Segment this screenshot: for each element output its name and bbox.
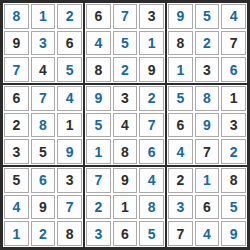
cell-r6c2[interactable]: 5 xyxy=(31,139,56,164)
cell-r1c6[interactable]: 3 xyxy=(139,4,164,29)
cell-r4c5[interactable]: 3 xyxy=(113,86,138,111)
cell-r1c9[interactable]: 4 xyxy=(221,4,246,29)
cell-r1c3[interactable]: 2 xyxy=(57,4,82,29)
cell-r9c3[interactable]: 8 xyxy=(57,221,82,246)
cell-r7c3[interactable]: 3 xyxy=(57,168,82,193)
cell-r4c9[interactable]: 1 xyxy=(221,86,246,111)
cell-r6c4[interactable]: 1 xyxy=(86,139,111,164)
cell-r2c5[interactable]: 5 xyxy=(113,31,138,56)
cell-r6c1[interactable]: 3 xyxy=(4,139,29,164)
cell-r3c3[interactable]: 5 xyxy=(57,57,82,82)
cell-r2c7[interactable]: 8 xyxy=(168,31,193,56)
cell-r2c9[interactable]: 7 xyxy=(221,31,246,56)
cell-r4c2[interactable]: 7 xyxy=(31,86,56,111)
cell-r8c7[interactable]: 3 xyxy=(168,195,193,220)
cell-r6c5[interactable]: 8 xyxy=(113,139,138,164)
cell-r5c1[interactable]: 2 xyxy=(4,113,29,138)
cell-r1c5[interactable]: 7 xyxy=(113,4,138,29)
cell-r8c3[interactable]: 7 xyxy=(57,195,82,220)
cell-r6c8[interactable]: 7 xyxy=(195,139,220,164)
cell-r9c7[interactable]: 7 xyxy=(168,221,193,246)
cell-r7c1[interactable]: 5 xyxy=(4,168,29,193)
sudoku-board: 8129367456734518299548271366742813599325… xyxy=(0,0,250,250)
cell-r3c8[interactable]: 3 xyxy=(195,57,220,82)
cell-r8c4[interactable]: 2 xyxy=(86,195,111,220)
cell-r5c4[interactable]: 5 xyxy=(86,113,111,138)
cell-r7c2[interactable]: 6 xyxy=(31,168,56,193)
cell-r8c9[interactable]: 5 xyxy=(221,195,246,220)
box-1-1: 812936745 xyxy=(2,2,84,84)
cell-r7c9[interactable]: 8 xyxy=(221,168,246,193)
cell-r9c6[interactable]: 5 xyxy=(139,221,164,246)
cell-r4c1[interactable]: 6 xyxy=(4,86,29,111)
cell-r4c3[interactable]: 4 xyxy=(57,86,82,111)
cell-r1c8[interactable]: 5 xyxy=(195,4,220,29)
cell-r8c6[interactable]: 8 xyxy=(139,195,164,220)
cell-r8c8[interactable]: 6 xyxy=(195,195,220,220)
cell-r5c2[interactable]: 8 xyxy=(31,113,56,138)
cell-r3c5[interactable]: 2 xyxy=(113,57,138,82)
cell-r5c6[interactable]: 7 xyxy=(139,113,164,138)
cell-r2c3[interactable]: 6 xyxy=(57,31,82,56)
box-3-1: 563497128 xyxy=(2,166,84,248)
cell-r6c3[interactable]: 9 xyxy=(57,139,82,164)
cell-r7c8[interactable]: 1 xyxy=(195,168,220,193)
cell-r2c4[interactable]: 4 xyxy=(86,31,111,56)
cell-r5c3[interactable]: 1 xyxy=(57,113,82,138)
cell-r5c7[interactable]: 6 xyxy=(168,113,193,138)
cell-r1c2[interactable]: 1 xyxy=(31,4,56,29)
box-3-3: 218365749 xyxy=(166,166,248,248)
cell-r3c2[interactable]: 4 xyxy=(31,57,56,82)
cell-r9c8[interactable]: 4 xyxy=(195,221,220,246)
cell-r9c9[interactable]: 9 xyxy=(221,221,246,246)
cell-r3c4[interactable]: 8 xyxy=(86,57,111,82)
cell-r2c1[interactable]: 9 xyxy=(4,31,29,56)
cell-r9c2[interactable]: 2 xyxy=(31,221,56,246)
cell-r3c1[interactable]: 7 xyxy=(4,57,29,82)
cell-r8c5[interactable]: 1 xyxy=(113,195,138,220)
cell-r2c6[interactable]: 1 xyxy=(139,31,164,56)
cell-r8c2[interactable]: 9 xyxy=(31,195,56,220)
cell-r5c9[interactable]: 3 xyxy=(221,113,246,138)
cell-r7c5[interactable]: 9 xyxy=(113,168,138,193)
cell-r1c4[interactable]: 6 xyxy=(86,4,111,29)
cell-r3c6[interactable]: 9 xyxy=(139,57,164,82)
cell-r4c6[interactable]: 2 xyxy=(139,86,164,111)
box-1-3: 954827136 xyxy=(166,2,248,84)
cell-r7c7[interactable]: 2 xyxy=(168,168,193,193)
cell-r3c7[interactable]: 1 xyxy=(168,57,193,82)
cell-r7c6[interactable]: 4 xyxy=(139,168,164,193)
cell-r4c7[interactable]: 5 xyxy=(168,86,193,111)
cell-r2c2[interactable]: 3 xyxy=(31,31,56,56)
box-3-2: 794218365 xyxy=(84,166,166,248)
cell-r9c5[interactable]: 6 xyxy=(113,221,138,246)
cell-r5c5[interactable]: 4 xyxy=(113,113,138,138)
box-1-2: 673451829 xyxy=(84,2,166,84)
cell-r5c8[interactable]: 9 xyxy=(195,113,220,138)
cell-r8c1[interactable]: 4 xyxy=(4,195,29,220)
cell-r6c6[interactable]: 6 xyxy=(139,139,164,164)
box-2-3: 581693472 xyxy=(166,84,248,166)
cell-r7c4[interactable]: 7 xyxy=(86,168,111,193)
cell-r3c9[interactable]: 6 xyxy=(221,57,246,82)
box-2-1: 674281359 xyxy=(2,84,84,166)
cell-r6c7[interactable]: 4 xyxy=(168,139,193,164)
cell-r6c9[interactable]: 2 xyxy=(221,139,246,164)
cell-r4c4[interactable]: 9 xyxy=(86,86,111,111)
cell-r9c1[interactable]: 1 xyxy=(4,221,29,246)
cell-r1c1[interactable]: 8 xyxy=(4,4,29,29)
box-2-2: 932547186 xyxy=(84,84,166,166)
cell-r4c8[interactable]: 8 xyxy=(195,86,220,111)
cell-r1c7[interactable]: 9 xyxy=(168,4,193,29)
cell-r9c4[interactable]: 3 xyxy=(86,221,111,246)
cell-r2c8[interactable]: 2 xyxy=(195,31,220,56)
